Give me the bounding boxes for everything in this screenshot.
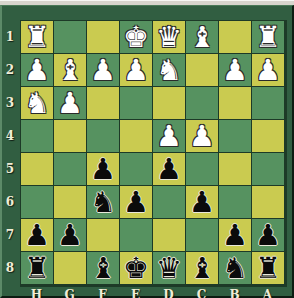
square-g6[interactable] — [54, 186, 86, 218]
square-b6[interactable] — [219, 186, 251, 218]
file-label-f: F — [86, 287, 119, 298]
black-pawn[interactable]: ♟ — [189, 186, 215, 218]
square-a7[interactable]: ♟ — [252, 219, 284, 251]
square-a1[interactable]: ♜ — [252, 21, 284, 53]
square-h6[interactable] — [21, 186, 53, 218]
board-area: 12345678 ♜♚♛♝♜♟♝♟♟♞♟♟♞♟♟♟♟♟♞♟♟♟♟♟♟♜♝♚♛♝♞… — [20, 20, 287, 287]
square-e4[interactable] — [120, 120, 152, 152]
square-c2[interactable] — [186, 54, 218, 86]
white-pawn[interactable]: ♟ — [123, 54, 149, 86]
square-h5[interactable] — [21, 153, 53, 185]
square-b4[interactable] — [219, 120, 251, 152]
file-label-a: A — [251, 287, 284, 298]
black-queen[interactable]: ♛ — [156, 252, 182, 284]
square-a8[interactable]: ♜ — [252, 252, 284, 284]
square-a3[interactable] — [252, 87, 284, 119]
file-label-d: D — [152, 287, 185, 298]
black-pawn[interactable]: ♟ — [57, 219, 83, 251]
square-f7[interactable] — [87, 219, 119, 251]
white-pawn[interactable]: ♟ — [156, 120, 182, 152]
square-c8[interactable]: ♝ — [186, 252, 218, 284]
square-f5[interactable]: ♟ — [87, 153, 119, 185]
board-frame: 12345678 ♜♚♛♝♜♟♝♟♟♞♟♟♞♟♟♟♟♟♞♟♟♟♟♟♟♜♝♚♛♝♞… — [0, 5, 294, 298]
square-e7[interactable] — [120, 219, 152, 251]
square-d2[interactable]: ♞ — [153, 54, 185, 86]
rank-label-6: 6 — [2, 185, 18, 218]
square-g4[interactable] — [54, 120, 86, 152]
square-e8[interactable]: ♚ — [120, 252, 152, 284]
white-rook[interactable]: ♜ — [255, 21, 281, 53]
square-d4[interactable]: ♟ — [153, 120, 185, 152]
black-bishop[interactable]: ♝ — [189, 252, 215, 284]
rank-label-7: 7 — [2, 218, 18, 251]
white-bishop[interactable]: ♝ — [57, 54, 83, 86]
rank-label-8: 8 — [2, 251, 18, 284]
square-d3[interactable] — [153, 87, 185, 119]
square-f3[interactable] — [87, 87, 119, 119]
square-f8[interactable]: ♝ — [87, 252, 119, 284]
black-pawn[interactable]: ♟ — [24, 219, 50, 251]
white-pawn[interactable]: ♟ — [24, 54, 50, 86]
square-d6[interactable] — [153, 186, 185, 218]
square-f6[interactable]: ♞ — [87, 186, 119, 218]
file-label-b: B — [218, 287, 251, 298]
white-pawn[interactable]: ♟ — [255, 54, 281, 86]
black-pawn[interactable]: ♟ — [156, 153, 182, 185]
square-d1[interactable]: ♛ — [153, 21, 185, 53]
white-bishop[interactable]: ♝ — [189, 21, 215, 53]
square-e3[interactable] — [120, 87, 152, 119]
file-label-h: H — [20, 287, 53, 298]
file-labels: HGFEDCBA — [20, 287, 287, 298]
black-rook[interactable]: ♜ — [255, 252, 281, 284]
white-knight[interactable]: ♞ — [24, 87, 50, 119]
square-a5[interactable] — [252, 153, 284, 185]
square-f2[interactable]: ♟ — [87, 54, 119, 86]
square-e6[interactable]: ♟ — [120, 186, 152, 218]
square-f1[interactable] — [87, 21, 119, 53]
white-pawn[interactable]: ♟ — [222, 54, 248, 86]
black-pawn[interactable]: ♟ — [255, 219, 281, 251]
rank-label-4: 4 — [2, 119, 18, 152]
square-c1[interactable]: ♝ — [186, 21, 218, 53]
black-pawn[interactable]: ♟ — [90, 153, 116, 185]
square-b3[interactable] — [219, 87, 251, 119]
black-pawn[interactable]: ♟ — [123, 186, 149, 218]
square-c3[interactable] — [186, 87, 218, 119]
white-queen[interactable]: ♛ — [156, 21, 182, 53]
white-pawn[interactable]: ♟ — [57, 87, 83, 119]
square-g1[interactable] — [54, 21, 86, 53]
white-pawn[interactable]: ♟ — [189, 120, 215, 152]
file-label-c: C — [185, 287, 218, 298]
square-c7[interactable] — [186, 219, 218, 251]
square-c5[interactable] — [186, 153, 218, 185]
rank-label-3: 3 — [2, 86, 18, 119]
file-label-g: G — [53, 287, 86, 298]
black-pawn[interactable]: ♟ — [222, 219, 248, 251]
square-g3[interactable]: ♟ — [54, 87, 86, 119]
square-c4[interactable]: ♟ — [186, 120, 218, 152]
square-d5[interactable]: ♟ — [153, 153, 185, 185]
square-g8[interactable] — [54, 252, 86, 284]
rank-label-2: 2 — [2, 53, 18, 86]
square-h7[interactable]: ♟ — [21, 219, 53, 251]
square-g7[interactable]: ♟ — [54, 219, 86, 251]
rank-label-5: 5 — [2, 152, 18, 185]
white-knight[interactable]: ♞ — [156, 54, 182, 86]
square-b8[interactable]: ♞ — [219, 252, 251, 284]
square-a6[interactable] — [252, 186, 284, 218]
rank-label-1: 1 — [2, 20, 18, 53]
square-b1[interactable] — [219, 21, 251, 53]
square-b7[interactable]: ♟ — [219, 219, 251, 251]
square-h4[interactable] — [21, 120, 53, 152]
rank-labels: 12345678 — [2, 20, 18, 287]
black-king[interactable]: ♚ — [123, 252, 149, 284]
square-h8[interactable]: ♜ — [21, 252, 53, 284]
square-f4[interactable] — [87, 120, 119, 152]
black-rook[interactable]: ♜ — [24, 252, 50, 284]
white-pawn[interactable]: ♟ — [90, 54, 116, 86]
square-h2[interactable]: ♟ — [21, 54, 53, 86]
black-bishop[interactable]: ♝ — [90, 252, 116, 284]
square-e2[interactable]: ♟ — [120, 54, 152, 86]
white-king[interactable]: ♚ — [123, 21, 149, 53]
square-g2[interactable]: ♝ — [54, 54, 86, 86]
square-c6[interactable]: ♟ — [186, 186, 218, 218]
square-e5[interactable] — [120, 153, 152, 185]
square-a4[interactable] — [252, 120, 284, 152]
white-rook[interactable]: ♜ — [24, 21, 50, 53]
square-e1[interactable]: ♚ — [120, 21, 152, 53]
square-b5[interactable] — [219, 153, 251, 185]
square-g5[interactable] — [54, 153, 86, 185]
square-a2[interactable]: ♟ — [252, 54, 284, 86]
chess-board[interactable]: ♜♚♛♝♜♟♝♟♟♞♟♟♞♟♟♟♟♟♞♟♟♟♟♟♟♜♝♚♛♝♞♜ — [20, 20, 287, 287]
black-knight[interactable]: ♞ — [90, 186, 116, 218]
file-label-e: E — [119, 287, 152, 298]
chess-app-window: 12345678 ♜♚♛♝♜♟♝♟♟♞♟♟♞♟♟♟♟♟♞♟♟♟♟♟♟♜♝♚♛♝♞… — [0, 0, 294, 298]
square-h3[interactable]: ♞ — [21, 87, 53, 119]
black-knight[interactable]: ♞ — [222, 252, 248, 284]
square-d8[interactable]: ♛ — [153, 252, 185, 284]
square-h1[interactable]: ♜ — [21, 21, 53, 53]
square-b2[interactable]: ♟ — [219, 54, 251, 86]
square-d7[interactable] — [153, 219, 185, 251]
